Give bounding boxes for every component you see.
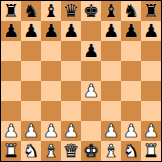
square-f5[interactable] [101,61,121,81]
square-e8[interactable]: ♚ [81,1,101,21]
square-b5[interactable] [21,61,41,81]
square-f2[interactable]: ♟ [101,121,121,141]
square-g3[interactable] [121,101,141,121]
square-a5[interactable] [1,61,21,81]
square-d2[interactable]: ♟ [61,121,81,141]
white-bishop[interactable]: ♝ [103,141,119,161]
black-pawn[interactable]: ♟ [83,41,99,61]
square-g2[interactable]: ♟ [121,121,141,141]
square-d8[interactable]: ♛ [61,1,81,21]
square-c7[interactable]: ♟ [41,21,61,41]
white-pawn[interactable]: ♟ [123,121,139,141]
white-rook[interactable]: ♜ [143,141,159,161]
black-rook[interactable]: ♜ [143,1,159,21]
square-e4[interactable]: ♟ [81,81,101,101]
black-knight[interactable]: ♞ [23,1,39,21]
square-g1[interactable]: ♞ [121,141,141,161]
square-b8[interactable]: ♞ [21,1,41,21]
black-pawn[interactable]: ♟ [3,21,19,41]
square-b1[interactable]: ♞ [21,141,41,161]
square-h5[interactable] [141,61,161,81]
square-d4[interactable] [61,81,81,101]
black-bishop[interactable]: ♝ [103,1,119,21]
black-knight[interactable]: ♞ [123,1,139,21]
square-f8[interactable]: ♝ [101,1,121,21]
square-h7[interactable]: ♟ [141,21,161,41]
black-pawn[interactable]: ♟ [43,21,59,41]
square-c1[interactable]: ♝ [41,141,61,161]
square-b3[interactable] [21,101,41,121]
black-pawn[interactable]: ♟ [103,21,119,41]
square-c8[interactable]: ♝ [41,1,61,21]
square-h1[interactable]: ♜ [141,141,161,161]
square-g7[interactable]: ♟ [121,21,141,41]
square-c2[interactable]: ♟ [41,121,61,141]
square-f3[interactable] [101,101,121,121]
square-e6[interactable]: ♟ [81,41,101,61]
white-queen[interactable]: ♛ [63,141,79,161]
black-king[interactable]: ♚ [83,1,99,21]
square-f4[interactable] [101,81,121,101]
square-h8[interactable]: ♜ [141,1,161,21]
black-queen[interactable]: ♛ [63,1,79,21]
square-c5[interactable] [41,61,61,81]
square-d5[interactable] [61,61,81,81]
square-f7[interactable]: ♟ [101,21,121,41]
square-b4[interactable] [21,81,41,101]
black-pawn[interactable]: ♟ [63,21,79,41]
white-rook[interactable]: ♜ [3,141,19,161]
square-b6[interactable] [21,41,41,61]
black-rook[interactable]: ♜ [3,1,19,21]
black-pawn[interactable]: ♟ [123,21,139,41]
square-g6[interactable] [121,41,141,61]
square-f6[interactable] [101,41,121,61]
square-g4[interactable] [121,81,141,101]
white-pawn[interactable]: ♟ [63,121,79,141]
square-d1[interactable]: ♛ [61,141,81,161]
black-pawn[interactable]: ♟ [143,21,159,41]
square-e5[interactable] [81,61,101,81]
square-a8[interactable]: ♜ [1,1,21,21]
square-d6[interactable] [61,41,81,61]
white-pawn[interactable]: ♟ [143,121,159,141]
white-pawn[interactable]: ♟ [43,121,59,141]
square-g5[interactable] [121,61,141,81]
white-bishop[interactable]: ♝ [43,141,59,161]
square-h4[interactable] [141,81,161,101]
white-pawn[interactable]: ♟ [3,121,19,141]
white-pawn[interactable]: ♟ [83,81,99,101]
white-knight[interactable]: ♞ [123,141,139,161]
square-b7[interactable]: ♟ [21,21,41,41]
black-pawn[interactable]: ♟ [23,21,39,41]
square-e7[interactable] [81,21,101,41]
square-a2[interactable]: ♟ [1,121,21,141]
square-f1[interactable]: ♝ [101,141,121,161]
square-e1[interactable]: ♚ [81,141,101,161]
black-bishop[interactable]: ♝ [43,1,59,21]
square-c3[interactable] [41,101,61,121]
square-h2[interactable]: ♟ [141,121,161,141]
white-knight[interactable]: ♞ [23,141,39,161]
square-d7[interactable]: ♟ [61,21,81,41]
square-a1[interactable]: ♜ [1,141,21,161]
square-a6[interactable] [1,41,21,61]
square-a7[interactable]: ♟ [1,21,21,41]
white-pawn[interactable]: ♟ [103,121,119,141]
square-e3[interactable] [81,101,101,121]
square-c4[interactable] [41,81,61,101]
square-b2[interactable]: ♟ [21,121,41,141]
white-king[interactable]: ♚ [83,141,99,161]
square-a4[interactable] [1,81,21,101]
square-g8[interactable]: ♞ [121,1,141,21]
square-h6[interactable] [141,41,161,61]
square-c6[interactable] [41,41,61,61]
square-d3[interactable] [61,101,81,121]
white-pawn[interactable]: ♟ [23,121,39,141]
square-a3[interactable] [1,101,21,121]
chess-board: ♜♞♝♛♚♝♞♜♟♟♟♟♟♟♟♟♟♟♟♟♟♟♟♟♜♞♝♛♚♝♞♜ [0,0,162,162]
square-h3[interactable] [141,101,161,121]
square-e2[interactable] [81,121,101,141]
